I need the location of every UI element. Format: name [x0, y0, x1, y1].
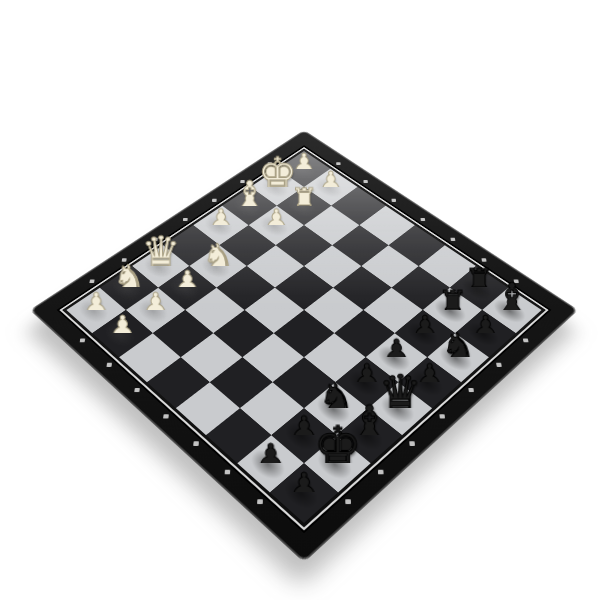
rim-rivet-mark — [439, 414, 445, 419]
piece-white-pawn[interactable]: ♟ — [251, 155, 301, 233]
board-grid: ♟♟♜♝♚♜♜♟♝♟♟♞♟♟♟♞♟♛♛♟♞♝♞♟♟♚♟♟♟♟ — [66, 151, 541, 523]
rim-rivet-mark — [163, 414, 169, 419]
rim-rivet-mark — [523, 339, 529, 343]
rim-rivet-mark — [391, 199, 396, 202]
chess-board: ♟♟♜♝♚♜♜♟♝♟♟♞♟♟♟♞♟♛♛♟♞♝♞♟♟♚♟♟♟♟ — [31, 131, 577, 561]
rim-rivet-mark — [496, 363, 502, 367]
rim-rivet-mark — [468, 388, 474, 392]
square-h2[interactable]: ♟ — [92, 310, 152, 357]
rim-rivet-mark — [106, 363, 112, 367]
rim-rivet-mark — [224, 470, 230, 475]
rim-rivet-mark — [193, 441, 199, 446]
rim-rivet-mark — [134, 388, 140, 392]
rim-rivet-mark — [257, 499, 263, 504]
rim-rivet-mark — [79, 339, 85, 343]
rim-rivet-mark — [409, 441, 415, 446]
piece-white-pawn[interactable]: ♟ — [95, 256, 150, 342]
product-photo-stage: ♟♟♜♝♚♜♜♟♝♟♟♞♟♟♟♞♟♛♛♟♞♝♞♟♟♚♟♟♟♟ — [0, 0, 600, 600]
rim-rivet-mark — [345, 499, 351, 504]
rim-rivet-mark — [420, 218, 425, 221]
rim-rivet-mark — [363, 180, 368, 183]
square-h8[interactable]: ♟ — [270, 463, 338, 523]
piece-black-pawn[interactable]: ♟ — [273, 406, 335, 502]
rim-rivet-mark — [378, 470, 384, 475]
